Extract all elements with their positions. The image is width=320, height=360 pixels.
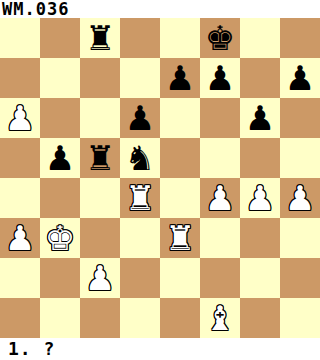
square-e6[interactable] [160, 98, 200, 138]
square-d3[interactable] [120, 218, 160, 258]
white-pawn-icon[interactable]: ♟ [245, 178, 275, 218]
square-c8[interactable]: ♜ [80, 18, 120, 58]
square-h2[interactable] [280, 258, 320, 298]
square-h1[interactable] [280, 298, 320, 338]
square-c6[interactable] [80, 98, 120, 138]
square-f4[interactable]: ♟ [200, 178, 240, 218]
square-f3[interactable] [200, 218, 240, 258]
square-d4[interactable]: ♜ [120, 178, 160, 218]
square-c2[interactable]: ♟ [80, 258, 120, 298]
square-d6[interactable]: ♟ [120, 98, 160, 138]
square-c4[interactable] [80, 178, 120, 218]
square-b6[interactable] [40, 98, 80, 138]
square-g1[interactable] [240, 298, 280, 338]
square-a6[interactable]: ♟ [0, 98, 40, 138]
square-d5[interactable]: ♞ [120, 138, 160, 178]
square-e4[interactable] [160, 178, 200, 218]
black-pawn-icon[interactable]: ♟ [245, 98, 275, 138]
square-c1[interactable] [80, 298, 120, 338]
black-knight-icon[interactable]: ♞ [125, 138, 155, 178]
square-a4[interactable] [0, 178, 40, 218]
square-c7[interactable] [80, 58, 120, 98]
white-pawn-icon[interactable]: ♟ [205, 178, 235, 218]
square-a5[interactable] [0, 138, 40, 178]
white-pawn-icon[interactable]: ♟ [5, 218, 35, 258]
square-a2[interactable] [0, 258, 40, 298]
square-b1[interactable] [40, 298, 80, 338]
square-e3[interactable]: ♜ [160, 218, 200, 258]
square-h4[interactable]: ♟ [280, 178, 320, 218]
square-b8[interactable] [40, 18, 80, 58]
square-d1[interactable] [120, 298, 160, 338]
black-pawn-icon[interactable]: ♟ [45, 138, 75, 178]
square-h8[interactable] [280, 18, 320, 58]
square-a8[interactable] [0, 18, 40, 58]
square-g7[interactable] [240, 58, 280, 98]
puzzle-id-label: WM.036 [2, 0, 69, 18]
square-f2[interactable] [200, 258, 240, 298]
chess-board: ♜♚♟♟♟♟♟♟♟♜♞♜♟♟♟♟♚♜♟♝ [0, 18, 320, 338]
square-a7[interactable] [0, 58, 40, 98]
square-e1[interactable] [160, 298, 200, 338]
square-h3[interactable] [280, 218, 320, 258]
square-d2[interactable] [120, 258, 160, 298]
square-d7[interactable] [120, 58, 160, 98]
black-pawn-icon[interactable]: ♟ [285, 58, 315, 98]
square-h7[interactable]: ♟ [280, 58, 320, 98]
black-king-icon[interactable]: ♚ [205, 18, 235, 58]
square-f5[interactable] [200, 138, 240, 178]
white-rook-icon[interactable]: ♜ [125, 178, 155, 218]
square-g2[interactable] [240, 258, 280, 298]
square-e7[interactable]: ♟ [160, 58, 200, 98]
square-a3[interactable]: ♟ [0, 218, 40, 258]
square-a1[interactable] [0, 298, 40, 338]
white-pawn-icon[interactable]: ♟ [285, 178, 315, 218]
square-b2[interactable] [40, 258, 80, 298]
square-h5[interactable] [280, 138, 320, 178]
square-h6[interactable] [280, 98, 320, 138]
square-e5[interactable] [160, 138, 200, 178]
white-king-icon[interactable]: ♚ [45, 218, 75, 258]
square-e2[interactable] [160, 258, 200, 298]
white-rook-icon[interactable]: ♜ [165, 218, 195, 258]
black-rook-icon[interactable]: ♜ [85, 138, 115, 178]
white-bishop-icon[interactable]: ♝ [205, 298, 235, 338]
black-pawn-icon[interactable]: ♟ [125, 98, 155, 138]
square-f1[interactable]: ♝ [200, 298, 240, 338]
square-b4[interactable] [40, 178, 80, 218]
move-prompt-label: 1. ? [8, 339, 55, 359]
square-g6[interactable]: ♟ [240, 98, 280, 138]
square-f7[interactable]: ♟ [200, 58, 240, 98]
square-b5[interactable]: ♟ [40, 138, 80, 178]
square-g5[interactable] [240, 138, 280, 178]
square-e8[interactable] [160, 18, 200, 58]
square-d8[interactable] [120, 18, 160, 58]
square-c5[interactable]: ♜ [80, 138, 120, 178]
black-rook-icon[interactable]: ♜ [85, 18, 115, 58]
square-b7[interactable] [40, 58, 80, 98]
square-g3[interactable] [240, 218, 280, 258]
square-f8[interactable]: ♚ [200, 18, 240, 58]
black-pawn-icon[interactable]: ♟ [165, 58, 195, 98]
black-pawn-icon[interactable]: ♟ [205, 58, 235, 98]
square-c3[interactable] [80, 218, 120, 258]
white-pawn-icon[interactable]: ♟ [85, 258, 115, 298]
square-g8[interactable] [240, 18, 280, 58]
chess-app-window: WM.036 ♜♚♟♟♟♟♟♟♟♜♞♜♟♟♟♟♚♜♟♝ 1. ? [0, 0, 320, 360]
square-f6[interactable] [200, 98, 240, 138]
square-g4[interactable]: ♟ [240, 178, 280, 218]
square-b3[interactable]: ♚ [40, 218, 80, 258]
white-pawn-icon[interactable]: ♟ [5, 98, 35, 138]
